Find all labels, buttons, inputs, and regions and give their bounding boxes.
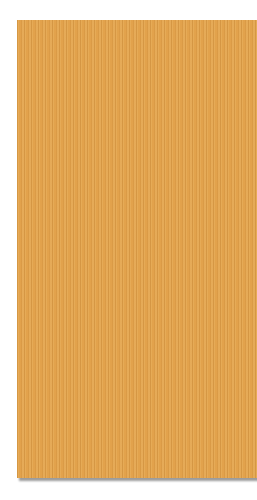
goban[interactable] [17,20,257,478]
go-diagram-page [0,0,257,500]
